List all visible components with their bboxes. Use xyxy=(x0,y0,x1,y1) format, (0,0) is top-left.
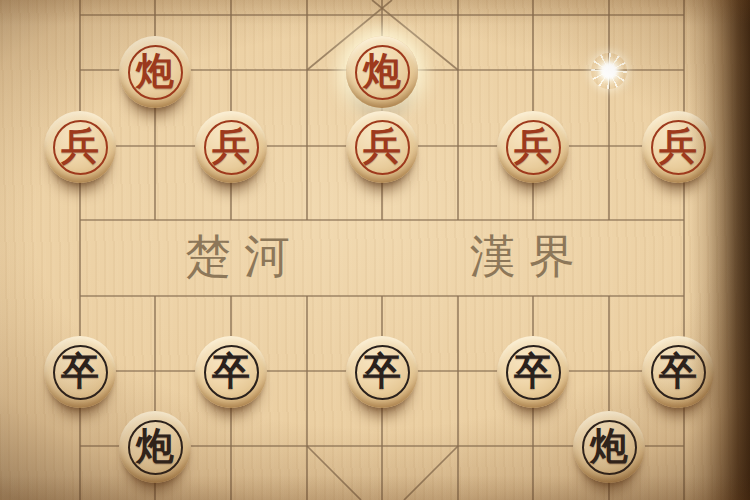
red-piece-ring: 炮 xyxy=(355,45,410,100)
piece-red-soldier[interactable]: 兵 xyxy=(346,111,418,183)
red-piece-ring: 兵 xyxy=(506,120,561,175)
river-label-han-jie: 漢界 xyxy=(470,231,588,283)
piece-black-soldier[interactable]: 卒 xyxy=(195,336,267,408)
piece-red-soldier[interactable]: 兵 xyxy=(497,111,569,183)
red-soldier-glyph: 兵 xyxy=(212,127,250,165)
black-soldier-glyph: 卒 xyxy=(212,352,250,390)
piece-red-cannon[interactable]: 炮 xyxy=(346,36,418,108)
piece-red-cannon[interactable]: 炮 xyxy=(119,36,191,108)
piece-black-soldier[interactable]: 卒 xyxy=(497,336,569,408)
red-piece-ring: 炮 xyxy=(128,45,183,100)
red-soldier-glyph: 兵 xyxy=(514,127,552,165)
black-piece-ring: 卒 xyxy=(53,345,108,400)
red-piece-ring: 兵 xyxy=(53,120,108,175)
piece-black-soldier[interactable]: 卒 xyxy=(44,336,116,408)
black-cannon-glyph: 炮 xyxy=(590,427,628,465)
black-piece-ring: 卒 xyxy=(506,345,561,400)
piece-black-soldier[interactable]: 卒 xyxy=(346,336,418,408)
piece-red-soldier[interactable]: 兵 xyxy=(44,111,116,183)
red-cannon-glyph: 炮 xyxy=(363,52,401,90)
black-soldier-glyph: 卒 xyxy=(363,352,401,390)
red-soldier-glyph: 兵 xyxy=(363,127,401,165)
river-label-chu-he: 楚河 xyxy=(185,231,303,283)
red-piece-ring: 兵 xyxy=(355,120,410,175)
piece-black-cannon[interactable]: 炮 xyxy=(573,411,645,483)
black-soldier-glyph: 卒 xyxy=(514,352,552,390)
board-left-edge xyxy=(0,0,42,500)
black-cannon-glyph: 炮 xyxy=(136,427,174,465)
red-piece-ring: 兵 xyxy=(204,120,259,175)
piece-black-cannon[interactable]: 炮 xyxy=(119,411,191,483)
board-right-edge-shadow xyxy=(688,0,750,500)
red-cannon-glyph: 炮 xyxy=(136,52,174,90)
red-soldier-glyph: 兵 xyxy=(61,127,99,165)
piece-red-soldier[interactable]: 兵 xyxy=(195,111,267,183)
black-piece-ring: 卒 xyxy=(355,345,410,400)
xiangqi-board-screen: 楚河 漢界 炮炮兵兵兵兵兵卒卒卒卒卒炮炮 xyxy=(0,0,750,500)
black-piece-ring: 炮 xyxy=(128,420,183,475)
black-soldier-glyph: 卒 xyxy=(61,352,99,390)
black-piece-ring: 炮 xyxy=(582,420,637,475)
black-piece-ring: 卒 xyxy=(204,345,259,400)
last-move-origin-marker xyxy=(591,53,627,89)
